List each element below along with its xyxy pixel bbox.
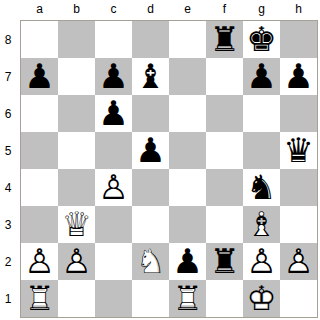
square-c1[interactable]: [95, 280, 132, 317]
file-label-a: a: [21, 0, 58, 20]
square-a1[interactable]: ♜♖: [21, 280, 58, 317]
square-h1[interactable]: [280, 280, 317, 317]
white-pawn: ♟♙: [58, 243, 95, 280]
rank-label-4: 4: [0, 169, 20, 206]
square-g5[interactable]: [243, 132, 280, 169]
file-labels: abcdefgh: [21, 0, 317, 20]
white-rook: ♜♖: [169, 280, 206, 317]
square-b2[interactable]: ♟♙: [58, 243, 95, 280]
square-f3[interactable]: [206, 206, 243, 243]
square-h3[interactable]: [280, 206, 317, 243]
rank-label-3: 3: [0, 206, 20, 243]
square-a6[interactable]: [21, 95, 58, 132]
black-queen: ♛: [280, 132, 317, 169]
square-f7[interactable]: [206, 58, 243, 95]
file-label-f: f: [206, 0, 243, 20]
rank-label-6: 6: [0, 95, 20, 132]
square-h7[interactable]: ♟: [280, 58, 317, 95]
rank-label-1: 1: [0, 280, 20, 317]
square-h5[interactable]: ♛: [280, 132, 317, 169]
white-queen: ♛♕: [58, 206, 95, 243]
square-g7[interactable]: ♟: [243, 58, 280, 95]
square-e2[interactable]: ♟: [169, 243, 206, 280]
square-f6[interactable]: [206, 95, 243, 132]
square-a2[interactable]: ♟♙: [21, 243, 58, 280]
black-pawn: ♟: [95, 95, 132, 132]
square-b4[interactable]: [58, 169, 95, 206]
black-pawn: ♟: [21, 58, 58, 95]
square-f4[interactable]: [206, 169, 243, 206]
chess-diagram: abcdefgh 87654321 ♜♚♟♟♝♟♟♟♟♛♟♙♞♛♕♝♗♟♙♟♙♞…: [0, 0, 320, 320]
black-pawn: ♟: [132, 132, 169, 169]
square-h8[interactable]: [280, 21, 317, 58]
file-label-h: h: [280, 0, 317, 20]
square-h6[interactable]: [280, 95, 317, 132]
square-e3[interactable]: [169, 206, 206, 243]
square-g1[interactable]: ♚♔: [243, 280, 280, 317]
square-b6[interactable]: [58, 95, 95, 132]
square-d1[interactable]: [132, 280, 169, 317]
rank-label-2: 2: [0, 243, 20, 280]
square-a5[interactable]: [21, 132, 58, 169]
square-a7[interactable]: ♟: [21, 58, 58, 95]
rank-labels: 87654321: [0, 21, 20, 317]
black-rook: ♜: [206, 21, 243, 58]
square-d7[interactable]: ♝: [132, 58, 169, 95]
square-b1[interactable]: [58, 280, 95, 317]
white-rook: ♜♖: [21, 280, 58, 317]
square-f8[interactable]: ♜: [206, 21, 243, 58]
square-h2[interactable]: ♟♙: [280, 243, 317, 280]
rank-label-8: 8: [0, 21, 20, 58]
square-e7[interactable]: [169, 58, 206, 95]
square-c7[interactable]: ♟: [95, 58, 132, 95]
square-a8[interactable]: [21, 21, 58, 58]
square-f2[interactable]: ♜: [206, 243, 243, 280]
square-e6[interactable]: [169, 95, 206, 132]
rank-label-7: 7: [0, 58, 20, 95]
square-f1[interactable]: [206, 280, 243, 317]
white-bishop: ♝♗: [243, 206, 280, 243]
black-pawn: ♟: [243, 58, 280, 95]
square-c5[interactable]: [95, 132, 132, 169]
white-king: ♚♔: [243, 280, 280, 317]
square-e1[interactable]: ♜♖: [169, 280, 206, 317]
square-b5[interactable]: [58, 132, 95, 169]
square-c2[interactable]: [95, 243, 132, 280]
square-g6[interactable]: [243, 95, 280, 132]
chess-board: ♜♚♟♟♝♟♟♟♟♛♟♙♞♛♕♝♗♟♙♟♙♞♘♟♜♟♙♟♙♜♖♜♖♚♔: [20, 20, 318, 318]
square-g2[interactable]: ♟♙: [243, 243, 280, 280]
square-a4[interactable]: [21, 169, 58, 206]
square-d4[interactable]: [132, 169, 169, 206]
black-rook: ♜: [206, 243, 243, 280]
rank-label-5: 5: [0, 132, 20, 169]
black-knight: ♞: [243, 169, 280, 206]
file-label-c: c: [95, 0, 132, 20]
white-pawn: ♟♙: [280, 243, 317, 280]
square-c3[interactable]: [95, 206, 132, 243]
square-e8[interactable]: [169, 21, 206, 58]
square-a3[interactable]: [21, 206, 58, 243]
square-g4[interactable]: ♞: [243, 169, 280, 206]
black-king: ♚: [243, 21, 280, 58]
square-f5[interactable]: [206, 132, 243, 169]
square-c4[interactable]: ♟♙: [95, 169, 132, 206]
black-pawn: ♟: [280, 58, 317, 95]
square-d2[interactable]: ♞♘: [132, 243, 169, 280]
square-g8[interactable]: ♚: [243, 21, 280, 58]
square-b3[interactable]: ♛♕: [58, 206, 95, 243]
square-h4[interactable]: [280, 169, 317, 206]
square-b7[interactable]: [58, 58, 95, 95]
black-pawn: ♟: [169, 243, 206, 280]
square-d3[interactable]: [132, 206, 169, 243]
file-label-b: b: [58, 0, 95, 20]
file-label-d: d: [132, 0, 169, 20]
white-pawn: ♟♙: [243, 243, 280, 280]
square-e5[interactable]: [169, 132, 206, 169]
file-label-g: g: [243, 0, 280, 20]
square-c6[interactable]: ♟: [95, 95, 132, 132]
white-pawn: ♟♙: [95, 169, 132, 206]
black-bishop: ♝: [132, 58, 169, 95]
square-c8[interactable]: [95, 21, 132, 58]
white-pawn: ♟♙: [21, 243, 58, 280]
square-d5[interactable]: ♟: [132, 132, 169, 169]
black-pawn: ♟: [95, 58, 132, 95]
square-e4[interactable]: [169, 169, 206, 206]
square-d6[interactable]: [132, 95, 169, 132]
white-knight: ♞♘: [132, 243, 169, 280]
square-b8[interactable]: [58, 21, 95, 58]
square-g3[interactable]: ♝♗: [243, 206, 280, 243]
square-d8[interactable]: [132, 21, 169, 58]
file-label-e: e: [169, 0, 206, 20]
